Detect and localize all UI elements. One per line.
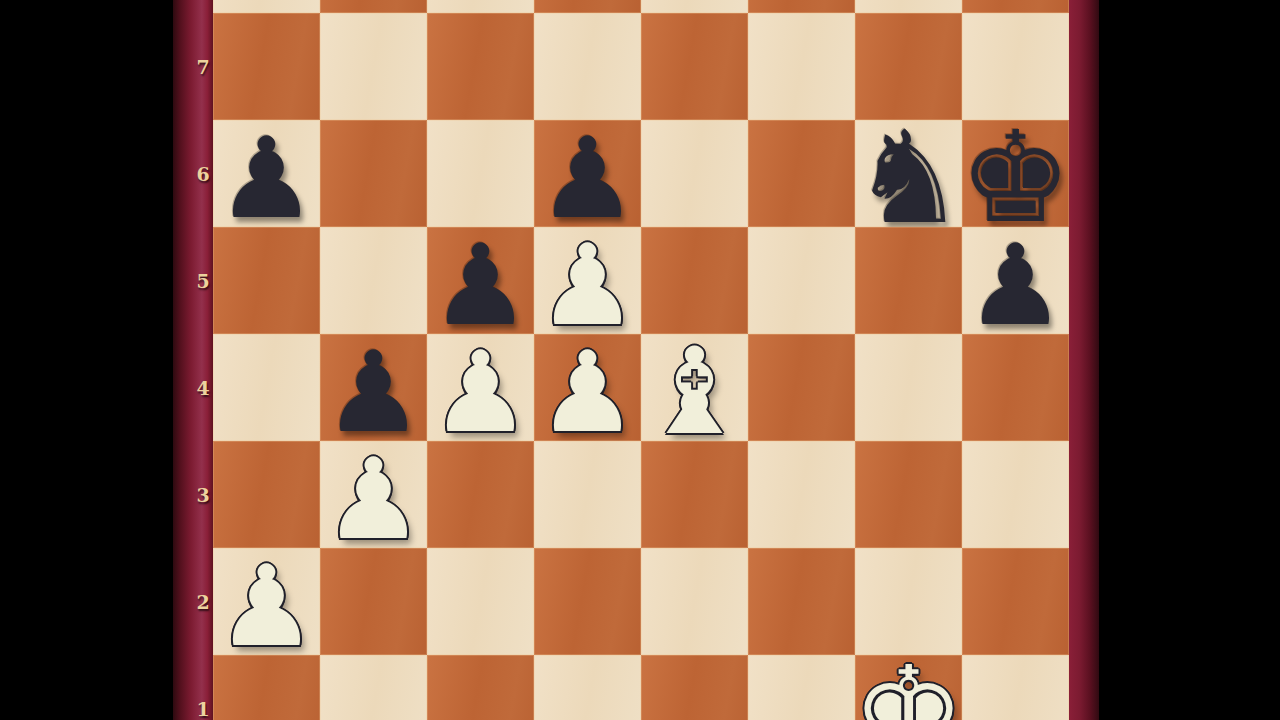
square-d1[interactable] xyxy=(534,655,641,720)
square-f2[interactable] xyxy=(748,548,855,655)
square-e3[interactable] xyxy=(641,441,748,548)
square-c2[interactable] xyxy=(427,548,534,655)
square-f3[interactable] xyxy=(748,441,855,548)
square-a5[interactable] xyxy=(213,227,320,334)
piece-white-pawn-b3[interactable]: ♟ xyxy=(323,443,423,555)
square-h1[interactable] xyxy=(962,655,1069,720)
square-d2[interactable] xyxy=(534,548,641,655)
square-a7[interactable] xyxy=(213,13,320,120)
square-e8[interactable] xyxy=(641,0,748,13)
square-g6[interactable]: ♞ xyxy=(855,120,962,227)
square-b5[interactable] xyxy=(320,227,427,334)
square-a8[interactable] xyxy=(213,0,320,13)
square-c3[interactable] xyxy=(427,441,534,548)
square-a6[interactable]: ♟ xyxy=(213,120,320,227)
square-b8[interactable] xyxy=(320,0,427,13)
rank-label-3: 3 xyxy=(190,484,216,506)
square-g5[interactable] xyxy=(855,227,962,334)
square-e4[interactable]: ♝ xyxy=(641,334,748,441)
piece-white-pawn-c4[interactable]: ♟ xyxy=(430,336,530,448)
square-g1[interactable]: ♚ xyxy=(855,655,962,720)
square-h8[interactable] xyxy=(962,0,1069,13)
square-g8[interactable] xyxy=(855,0,962,13)
square-d8[interactable] xyxy=(534,0,641,13)
square-e1[interactable] xyxy=(641,655,748,720)
rank-label-7: 7 xyxy=(190,56,216,78)
board-border-right xyxy=(1069,0,1099,720)
square-a3[interactable] xyxy=(213,441,320,548)
square-c7[interactable] xyxy=(427,13,534,120)
piece-white-bishop-e4[interactable]: ♝ xyxy=(641,332,749,452)
piece-black-pawn-h5[interactable]: ♟ xyxy=(965,229,1065,341)
square-e2[interactable] xyxy=(641,548,748,655)
square-c4[interactable]: ♟ xyxy=(427,334,534,441)
square-f7[interactable] xyxy=(748,13,855,120)
square-e5[interactable] xyxy=(641,227,748,334)
square-g4[interactable] xyxy=(855,334,962,441)
square-h2[interactable] xyxy=(962,548,1069,655)
square-e7[interactable] xyxy=(641,13,748,120)
square-h5[interactable]: ♟ xyxy=(962,227,1069,334)
square-h3[interactable] xyxy=(962,441,1069,548)
square-f4[interactable] xyxy=(748,334,855,441)
piece-black-pawn-c5[interactable]: ♟ xyxy=(430,229,530,341)
square-g3[interactable] xyxy=(855,441,962,548)
rank-label-2: 2 xyxy=(190,591,216,613)
square-b7[interactable] xyxy=(320,13,427,120)
square-h4[interactable] xyxy=(962,334,1069,441)
square-b6[interactable] xyxy=(320,120,427,227)
square-a2[interactable]: ♟ xyxy=(213,548,320,655)
rank-label-1: 1 xyxy=(190,698,216,720)
square-f8[interactable] xyxy=(748,0,855,13)
square-b3[interactable]: ♟ xyxy=(320,441,427,548)
square-a1[interactable] xyxy=(213,655,320,720)
square-d7[interactable] xyxy=(534,13,641,120)
square-c1[interactable] xyxy=(427,655,534,720)
square-b4[interactable]: ♟ xyxy=(320,334,427,441)
piece-white-pawn-d5[interactable]: ♟ xyxy=(537,229,637,341)
piece-white-king-g1[interactable]: ♚ xyxy=(852,650,965,720)
piece-white-pawn-d4[interactable]: ♟ xyxy=(537,336,637,448)
square-a4[interactable] xyxy=(213,334,320,441)
square-b2[interactable] xyxy=(320,548,427,655)
piece-white-pawn-a2[interactable]: ♟ xyxy=(216,550,316,662)
square-h6[interactable]: ♚ xyxy=(962,120,1069,227)
piece-black-pawn-d6[interactable]: ♟ xyxy=(537,122,637,234)
square-c5[interactable]: ♟ xyxy=(427,227,534,334)
board: ♟♟♞♚♟♟♟♟♟♟♝♟♟♚ xyxy=(213,0,1069,720)
rank-label-5: 5 xyxy=(190,270,216,292)
square-d5[interactable]: ♟ xyxy=(534,227,641,334)
rank-label-6: 6 xyxy=(190,163,216,185)
square-b1[interactable] xyxy=(320,655,427,720)
square-d3[interactable] xyxy=(534,441,641,548)
square-d6[interactable]: ♟ xyxy=(534,120,641,227)
piece-black-pawn-a6[interactable]: ♟ xyxy=(216,122,316,234)
square-d4[interactable]: ♟ xyxy=(534,334,641,441)
square-e6[interactable] xyxy=(641,120,748,227)
square-c6[interactable] xyxy=(427,120,534,227)
square-f6[interactable] xyxy=(748,120,855,227)
piece-black-pawn-b4[interactable]: ♟ xyxy=(323,336,423,448)
rank-label-4: 4 xyxy=(190,377,216,399)
square-f1[interactable] xyxy=(748,655,855,720)
square-f5[interactable] xyxy=(748,227,855,334)
piece-black-knight-g6[interactable]: ♞ xyxy=(851,114,966,242)
square-c8[interactable] xyxy=(427,0,534,13)
video-frame: ♟♟♞♚♟♟♟♟♟♟♝♟♟♚ 7654321 xyxy=(0,0,1280,720)
